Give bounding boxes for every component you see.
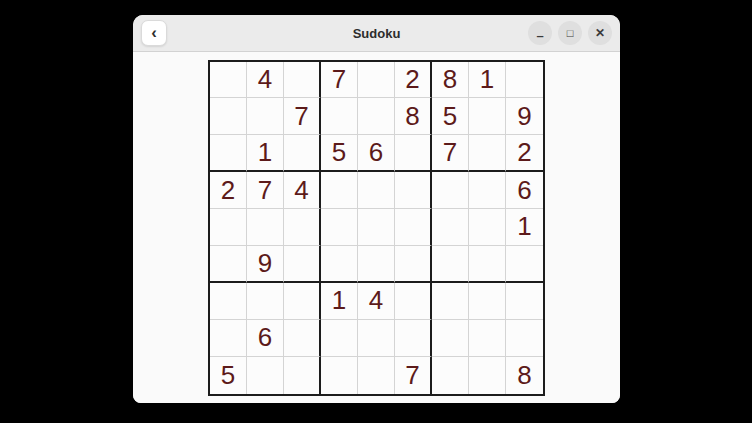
minimize-button[interactable]: – [528,21,552,45]
sudoku-cell-r8c8[interactable] [469,320,506,357]
sudoku-cell-r7c3[interactable] [284,283,321,320]
sudoku-cell-r6c9[interactable] [506,246,543,283]
sudoku-cell-r7c5[interactable]: 4 [358,283,395,320]
sudoku-cell-r7c2[interactable] [247,283,284,320]
window-title: Sudoku [353,26,401,41]
sudoku-cell-r4c5[interactable] [358,172,395,209]
sudoku-cell-r5c3[interactable] [284,209,321,246]
sudoku-cell-r3c2[interactable]: 1 [247,135,284,172]
sudoku-cell-r5c6[interactable] [395,209,432,246]
sudoku-cell-r9c7[interactable] [432,357,469,394]
sudoku-cell-r3c1[interactable] [210,135,247,172]
sudoku-cell-r1c2[interactable]: 4 [247,62,284,99]
sudoku-cell-r2c6[interactable]: 8 [395,98,432,135]
sudoku-cell-r8c2[interactable]: 6 [247,320,284,357]
sudoku-cell-r7c1[interactable] [210,283,247,320]
sudoku-cell-r8c7[interactable] [432,320,469,357]
main-area: 47281785915672274619146578 [133,52,620,403]
sudoku-cell-r6c5[interactable] [358,246,395,283]
sudoku-cell-r5c5[interactable] [358,209,395,246]
sudoku-cell-r8c6[interactable] [395,320,432,357]
sudoku-cell-r7c8[interactable] [469,283,506,320]
sudoku-cell-r8c1[interactable] [210,320,247,357]
sudoku-cell-r8c5[interactable] [358,320,395,357]
maximize-button[interactable]: □ [558,21,582,45]
sudoku-cell-r6c8[interactable] [469,246,506,283]
sudoku-cell-r4c3[interactable]: 4 [284,172,321,209]
sudoku-cell-r1c1[interactable] [210,62,247,99]
sudoku-cell-r6c1[interactable] [210,246,247,283]
sudoku-cell-r3c8[interactable] [469,135,506,172]
sudoku-cell-r8c3[interactable] [284,320,321,357]
sudoku-cell-r8c9[interactable] [506,320,543,357]
sudoku-cell-r8c4[interactable] [321,320,358,357]
maximize-icon: □ [567,28,574,39]
sudoku-cell-r2c8[interactable] [469,98,506,135]
sudoku-cell-r1c6[interactable]: 2 [395,62,432,99]
close-button[interactable]: ✕ [588,21,612,45]
sudoku-cell-r7c6[interactable] [395,283,432,320]
sudoku-cell-r2c5[interactable] [358,98,395,135]
sudoku-cell-r7c7[interactable] [432,283,469,320]
sudoku-cell-r2c9[interactable]: 9 [506,98,543,135]
sudoku-cell-r5c2[interactable] [247,209,284,246]
sudoku-cell-r3c9[interactable]: 2 [506,135,543,172]
sudoku-cell-r2c3[interactable]: 7 [284,98,321,135]
sudoku-cell-r9c3[interactable] [284,357,321,394]
close-icon: ✕ [595,27,605,39]
sudoku-cell-r2c4[interactable] [321,98,358,135]
titlebar[interactable]: ‹ Sudoku – □ ✕ [133,15,620,52]
sudoku-cell-r1c3[interactable] [284,62,321,99]
sudoku-cell-r4c9[interactable]: 6 [506,172,543,209]
sudoku-cell-r1c8[interactable]: 1 [469,62,506,99]
sudoku-cell-r7c4[interactable]: 1 [321,283,358,320]
sudoku-cell-r1c5[interactable] [358,62,395,99]
sudoku-cell-r5c8[interactable] [469,209,506,246]
sudoku-cell-r6c7[interactable] [432,246,469,283]
sudoku-cell-r9c6[interactable]: 7 [395,357,432,394]
sudoku-cell-r2c7[interactable]: 5 [432,98,469,135]
sudoku-board: 47281785915672274619146578 [208,60,545,396]
sudoku-cell-r2c2[interactable] [247,98,284,135]
sudoku-cell-r7c9[interactable] [506,283,543,320]
sudoku-cell-r4c6[interactable] [395,172,432,209]
sudoku-cell-r1c4[interactable]: 7 [321,62,358,99]
sudoku-cell-r4c2[interactable]: 7 [247,172,284,209]
sudoku-cell-r6c3[interactable] [284,246,321,283]
sudoku-cell-r9c9[interactable]: 8 [506,357,543,394]
sudoku-cell-r6c6[interactable] [395,246,432,283]
sudoku-cell-r9c4[interactable] [321,357,358,394]
sudoku-cell-r9c8[interactable] [469,357,506,394]
sudoku-cell-r4c1[interactable]: 2 [210,172,247,209]
sudoku-cell-r3c6[interactable] [395,135,432,172]
sudoku-cell-r5c7[interactable] [432,209,469,246]
sudoku-cell-r6c2[interactable]: 9 [247,246,284,283]
sudoku-cell-r1c7[interactable]: 8 [432,62,469,99]
sudoku-cell-r2c1[interactable] [210,98,247,135]
sudoku-cell-r5c9[interactable]: 1 [506,209,543,246]
sudoku-cell-r3c4[interactable]: 5 [321,135,358,172]
sudoku-cell-r9c2[interactable] [247,357,284,394]
chevron-left-icon: ‹ [151,24,157,41]
sudoku-cell-r3c3[interactable] [284,135,321,172]
sudoku-window: ‹ Sudoku – □ ✕ 4728178591567227461914657… [133,15,620,403]
minimize-icon: – [536,29,543,42]
sudoku-cell-r5c1[interactable] [210,209,247,246]
sudoku-cell-r4c7[interactable] [432,172,469,209]
back-button[interactable]: ‹ [141,20,167,46]
sudoku-cell-r5c4[interactable] [321,209,358,246]
sudoku-cell-r6c4[interactable] [321,246,358,283]
sudoku-cell-r3c5[interactable]: 6 [358,135,395,172]
sudoku-cell-r4c4[interactable] [321,172,358,209]
sudoku-cell-r4c8[interactable] [469,172,506,209]
sudoku-cell-r9c5[interactable] [358,357,395,394]
sudoku-cell-r1c9[interactable] [506,62,543,99]
sudoku-cell-r3c7[interactable]: 7 [432,135,469,172]
sudoku-cell-r9c1[interactable]: 5 [210,357,247,394]
window-controls: – □ ✕ [528,21,612,45]
